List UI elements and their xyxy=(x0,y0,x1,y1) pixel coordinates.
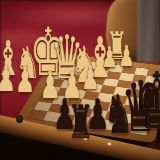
chess-photo-scene: ♝♞♚♛♞♝♜♟♟♟♟♟♟♟♟♜♟♞♛♚ xyxy=(0,0,160,160)
table-finial xyxy=(16,115,23,123)
board-grid xyxy=(29,58,160,135)
board-square xyxy=(131,124,148,136)
rail-reflection-dot xyxy=(108,143,111,145)
rail-reflection-dot xyxy=(84,138,87,140)
